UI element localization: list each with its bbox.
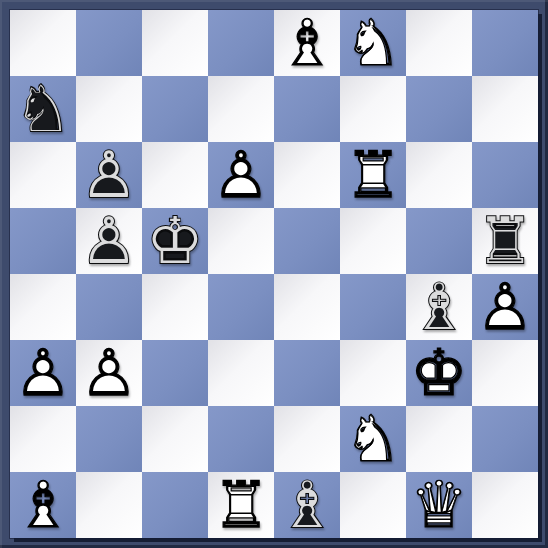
square-g6[interactable] (406, 142, 472, 208)
square-c8[interactable] (142, 10, 208, 76)
piece-black-pawn: ♟♙ (76, 208, 142, 274)
piece-black-pawn: ♟♙ (76, 142, 142, 208)
square-d2[interactable] (208, 406, 274, 472)
square-c2[interactable] (142, 406, 208, 472)
square-b2[interactable] (76, 406, 142, 472)
square-f4[interactable] (340, 274, 406, 340)
square-c7[interactable] (142, 76, 208, 142)
square-d7[interactable] (208, 76, 274, 142)
rook-outline-glyph: ♖ (340, 142, 406, 208)
square-h4[interactable]: ♟♙ (472, 274, 538, 340)
bishop-outline-glyph: ♗ (274, 472, 340, 538)
square-b1[interactable] (76, 472, 142, 538)
square-c1[interactable] (142, 472, 208, 538)
piece-white-bishop: ♝♗ (274, 10, 340, 76)
square-h3[interactable] (472, 340, 538, 406)
piece-white-king: ♚♔ (406, 340, 472, 406)
square-b3[interactable]: ♟♙ (76, 340, 142, 406)
square-c6[interactable] (142, 142, 208, 208)
king-outline-glyph: ♔ (142, 208, 208, 274)
king-outline-glyph: ♔ (406, 340, 472, 406)
pawn-outline-glyph: ♙ (76, 340, 142, 406)
piece-white-rook: ♜♖ (340, 142, 406, 208)
square-e2[interactable] (274, 406, 340, 472)
piece-white-knight: ♞♘ (340, 406, 406, 472)
knight-outline-glyph: ♘ (10, 76, 76, 142)
piece-black-bishop: ♝♗ (406, 274, 472, 340)
square-b8[interactable] (76, 10, 142, 76)
square-f1[interactable] (340, 472, 406, 538)
square-e7[interactable] (274, 76, 340, 142)
square-g7[interactable] (406, 76, 472, 142)
bishop-outline-glyph: ♗ (274, 10, 340, 76)
square-c4[interactable] (142, 274, 208, 340)
square-a3[interactable]: ♟♙ (10, 340, 76, 406)
square-g8[interactable] (406, 10, 472, 76)
square-d5[interactable] (208, 208, 274, 274)
board-frame: ♝♗♞♘♞♘♟♙♟♙♜♖♟♙♚♔♜♖♝♗♟♙♟♙♟♙♚♔♞♘♝♗♜♖♝♗♛♕ (0, 0, 548, 548)
piece-black-king: ♚♔ (142, 208, 208, 274)
rook-outline-glyph: ♖ (208, 472, 274, 538)
pawn-outline-glyph: ♙ (472, 274, 538, 340)
square-h6[interactable] (472, 142, 538, 208)
square-g2[interactable] (406, 406, 472, 472)
square-f5[interactable] (340, 208, 406, 274)
square-a1[interactable]: ♝♗ (10, 472, 76, 538)
knight-outline-glyph: ♘ (340, 10, 406, 76)
square-e3[interactable] (274, 340, 340, 406)
square-a2[interactable] (10, 406, 76, 472)
square-f8[interactable]: ♞♘ (340, 10, 406, 76)
piece-black-bishop: ♝♗ (274, 472, 340, 538)
piece-white-rook: ♜♖ (208, 472, 274, 538)
square-e5[interactable] (274, 208, 340, 274)
square-d4[interactable] (208, 274, 274, 340)
square-h7[interactable] (472, 76, 538, 142)
square-e4[interactable] (274, 274, 340, 340)
rook-outline-glyph: ♖ (472, 208, 538, 274)
square-h5[interactable]: ♜♖ (472, 208, 538, 274)
bishop-outline-glyph: ♗ (10, 472, 76, 538)
knight-outline-glyph: ♘ (340, 406, 406, 472)
piece-black-knight: ♞♘ (10, 76, 76, 142)
square-g3[interactable]: ♚♔ (406, 340, 472, 406)
piece-white-pawn: ♟♙ (208, 142, 274, 208)
square-b7[interactable] (76, 76, 142, 142)
piece-black-rook: ♜♖ (472, 208, 538, 274)
square-b4[interactable] (76, 274, 142, 340)
square-h2[interactable] (472, 406, 538, 472)
square-e6[interactable] (274, 142, 340, 208)
square-b6[interactable]: ♟♙ (76, 142, 142, 208)
square-a8[interactable] (10, 10, 76, 76)
square-g4[interactable]: ♝♗ (406, 274, 472, 340)
square-d8[interactable] (208, 10, 274, 76)
square-g1[interactable]: ♛♕ (406, 472, 472, 538)
square-f7[interactable] (340, 76, 406, 142)
square-e1[interactable]: ♝♗ (274, 472, 340, 538)
square-d3[interactable] (208, 340, 274, 406)
square-d1[interactable]: ♜♖ (208, 472, 274, 538)
square-h8[interactable] (472, 10, 538, 76)
square-c3[interactable] (142, 340, 208, 406)
pawn-outline-glyph: ♙ (208, 142, 274, 208)
piece-white-pawn: ♟♙ (472, 274, 538, 340)
square-a6[interactable] (10, 142, 76, 208)
square-a4[interactable] (10, 274, 76, 340)
square-f2[interactable]: ♞♘ (340, 406, 406, 472)
square-a7[interactable]: ♞♘ (10, 76, 76, 142)
piece-white-pawn: ♟♙ (76, 340, 142, 406)
square-e8[interactable]: ♝♗ (274, 10, 340, 76)
pawn-outline-glyph: ♙ (10, 340, 76, 406)
piece-white-knight: ♞♘ (340, 10, 406, 76)
bishop-outline-glyph: ♗ (406, 274, 472, 340)
square-h1[interactable] (472, 472, 538, 538)
square-a5[interactable] (10, 208, 76, 274)
piece-white-pawn: ♟♙ (10, 340, 76, 406)
square-b5[interactable]: ♟♙ (76, 208, 142, 274)
square-f3[interactable] (340, 340, 406, 406)
square-g5[interactable] (406, 208, 472, 274)
pawn-outline-glyph: ♙ (76, 208, 142, 274)
square-c5[interactable]: ♚♔ (142, 208, 208, 274)
square-d6[interactable]: ♟♙ (208, 142, 274, 208)
piece-white-bishop: ♝♗ (10, 472, 76, 538)
pawn-outline-glyph: ♙ (76, 142, 142, 208)
chess-board: ♝♗♞♘♞♘♟♙♟♙♜♖♟♙♚♔♜♖♝♗♟♙♟♙♟♙♚♔♞♘♝♗♜♖♝♗♛♕ (10, 10, 538, 538)
square-f6[interactable]: ♜♖ (340, 142, 406, 208)
piece-white-queen: ♛♕ (406, 472, 472, 538)
queen-outline-glyph: ♕ (406, 472, 472, 538)
